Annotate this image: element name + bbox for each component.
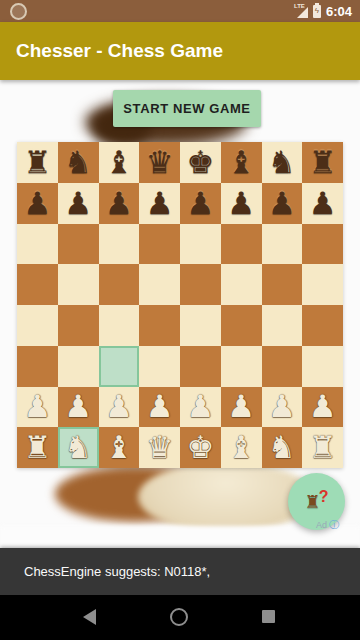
square-f4[interactable]	[221, 305, 262, 346]
square-f6[interactable]	[221, 224, 262, 265]
navigation-bar	[0, 595, 360, 640]
piece-black-bishop: ♝	[227, 147, 255, 178]
piece-black-pawn: ♟	[268, 188, 296, 219]
square-b8[interactable]: ♞	[58, 142, 99, 183]
piece-white-knight: ♞	[64, 432, 92, 463]
engine-suggestion-text: ChessEngine suggests: N0118*,	[24, 564, 210, 579]
square-e8[interactable]: ♚	[180, 142, 221, 183]
square-a2[interactable]: ♟	[17, 387, 58, 428]
square-a7[interactable]: ♟	[17, 183, 58, 224]
square-c2[interactable]: ♟	[99, 387, 140, 428]
piece-white-pawn: ♟	[105, 391, 133, 422]
chess-board: ♜♞♝♛♚♝♞♜♟♟♟♟♟♟♟♟♟♟♟♟♟♟♟♟♜♞♝♛♚♝♞♜	[17, 142, 343, 468]
ad-badge[interactable]: Ad ⓘ	[316, 520, 339, 530]
piece-black-knight: ♞	[268, 147, 296, 178]
square-e2[interactable]: ♟	[180, 387, 221, 428]
square-b1[interactable]: ♞	[58, 427, 99, 468]
square-g4[interactable]	[262, 305, 303, 346]
square-d5[interactable]	[139, 264, 180, 305]
recents-icon[interactable]	[262, 610, 275, 623]
square-d1[interactable]: ♛	[139, 427, 180, 468]
square-b7[interactable]: ♟	[58, 183, 99, 224]
square-h1[interactable]: ♜	[302, 427, 343, 468]
square-g7[interactable]: ♟	[262, 183, 303, 224]
piece-white-king: ♚	[186, 432, 214, 463]
square-d7[interactable]: ♟	[139, 183, 180, 224]
square-b3[interactable]	[58, 346, 99, 387]
back-icon[interactable]	[83, 609, 96, 625]
piece-black-bishop: ♝	[105, 147, 133, 178]
home-icon[interactable]	[170, 608, 188, 626]
square-c4[interactable]	[99, 305, 140, 346]
status-bar: LTE ϟ 6:04	[0, 0, 360, 22]
piece-black-pawn: ♟	[64, 188, 92, 219]
piece-white-bishop: ♝	[227, 432, 255, 463]
square-a5[interactable]	[17, 264, 58, 305]
square-g8[interactable]: ♞	[262, 142, 303, 183]
square-c8[interactable]: ♝	[99, 142, 140, 183]
square-g2[interactable]: ♟	[262, 387, 303, 428]
piece-white-pawn: ♟	[268, 391, 296, 422]
square-a3[interactable]	[17, 346, 58, 387]
piece-white-pawn: ♟	[227, 391, 255, 422]
ad-label: Ad	[316, 520, 327, 530]
square-f5[interactable]	[221, 264, 262, 305]
square-h2[interactable]: ♟	[302, 387, 343, 428]
piece-white-knight: ♞	[268, 432, 296, 463]
battery-charging-icon: ϟ	[313, 5, 321, 18]
square-e7[interactable]: ♟	[180, 183, 221, 224]
piece-white-queen: ♛	[146, 432, 174, 463]
piece-white-rook: ♜	[309, 432, 337, 463]
square-d2[interactable]: ♟	[139, 387, 180, 428]
square-c5[interactable]	[99, 264, 140, 305]
square-d4[interactable]	[139, 305, 180, 346]
square-a8[interactable]: ♜	[17, 142, 58, 183]
square-b2[interactable]: ♟	[58, 387, 99, 428]
piece-black-pawn: ♟	[309, 188, 337, 219]
square-g1[interactable]: ♞	[262, 427, 303, 468]
status-icons: LTE ϟ 6:04	[294, 4, 352, 19]
piece-black-pawn: ♟	[227, 188, 255, 219]
signal-lte-icon: LTE	[294, 4, 308, 18]
square-g5[interactable]	[262, 264, 303, 305]
piece-black-pawn: ♟	[23, 188, 51, 219]
square-c7[interactable]: ♟	[99, 183, 140, 224]
square-d8[interactable]: ♛	[139, 142, 180, 183]
square-h6[interactable]	[302, 224, 343, 265]
piece-black-rook: ♜	[23, 147, 51, 178]
status-time: 6:04	[326, 4, 352, 19]
piece-white-pawn: ♟	[23, 391, 51, 422]
piece-black-pawn: ♟	[105, 188, 133, 219]
notification-circle-icon	[10, 3, 27, 20]
square-f3[interactable]	[221, 346, 262, 387]
square-h5[interactable]	[302, 264, 343, 305]
piece-white-pawn: ♟	[146, 391, 174, 422]
square-f7[interactable]: ♟	[221, 183, 262, 224]
piece-white-pawn: ♟	[64, 391, 92, 422]
app-title: Chesser - Chess Game	[16, 40, 223, 62]
square-a1[interactable]: ♜	[17, 427, 58, 468]
background-fade	[0, 526, 360, 548]
square-f2[interactable]: ♟	[221, 387, 262, 428]
piece-black-knight: ♞	[64, 147, 92, 178]
square-b6[interactable]	[58, 224, 99, 265]
square-c3[interactable]	[99, 346, 140, 387]
ad-info-icon: ⓘ	[329, 520, 339, 530]
square-g6[interactable]	[262, 224, 303, 265]
app-bar: Chesser - Chess Game	[0, 22, 360, 80]
question-mark-icon: ?	[319, 488, 329, 506]
phone-screen: LTE ϟ 6:04 Chesser - Chess Game START NE…	[0, 0, 360, 640]
square-f1[interactable]: ♝	[221, 427, 262, 468]
square-a4[interactable]	[17, 305, 58, 346]
piece-black-rook: ♜	[309, 147, 337, 178]
square-a6[interactable]	[17, 224, 58, 265]
start-new-game-button[interactable]: START NEW GAME	[113, 90, 261, 127]
square-e6[interactable]	[180, 224, 221, 265]
square-d3[interactable]	[139, 346, 180, 387]
square-b5[interactable]	[58, 264, 99, 305]
square-h8[interactable]: ♜	[302, 142, 343, 183]
square-e3[interactable]	[180, 346, 221, 387]
square-e4[interactable]	[180, 305, 221, 346]
square-d6[interactable]	[139, 224, 180, 265]
piece-white-pawn: ♟	[309, 391, 337, 422]
piece-white-pawn: ♟	[186, 391, 214, 422]
piece-white-rook: ♜	[23, 432, 51, 463]
square-c6[interactable]	[99, 224, 140, 265]
square-h7[interactable]: ♟	[302, 183, 343, 224]
square-h4[interactable]	[302, 305, 343, 346]
piece-black-king: ♚	[186, 147, 214, 178]
square-e5[interactable]	[180, 264, 221, 305]
square-h3[interactable]	[302, 346, 343, 387]
square-b4[interactable]	[58, 305, 99, 346]
content-area: START NEW GAME ♜♞♝♛♚♝♞♜♟♟♟♟♟♟♟♟♟♟♟♟♟♟♟♟♜…	[0, 80, 360, 548]
piece-black-queen: ♛	[146, 147, 174, 178]
square-e1[interactable]: ♚	[180, 427, 221, 468]
square-f8[interactable]: ♝	[221, 142, 262, 183]
square-g3[interactable]	[262, 346, 303, 387]
square-c1[interactable]: ♝	[99, 427, 140, 468]
snackbar: ChessEngine suggests: N0118*,	[0, 548, 360, 595]
piece-white-bishop: ♝	[105, 432, 133, 463]
piece-black-pawn: ♟	[186, 188, 214, 219]
piece-black-pawn: ♟	[146, 188, 174, 219]
